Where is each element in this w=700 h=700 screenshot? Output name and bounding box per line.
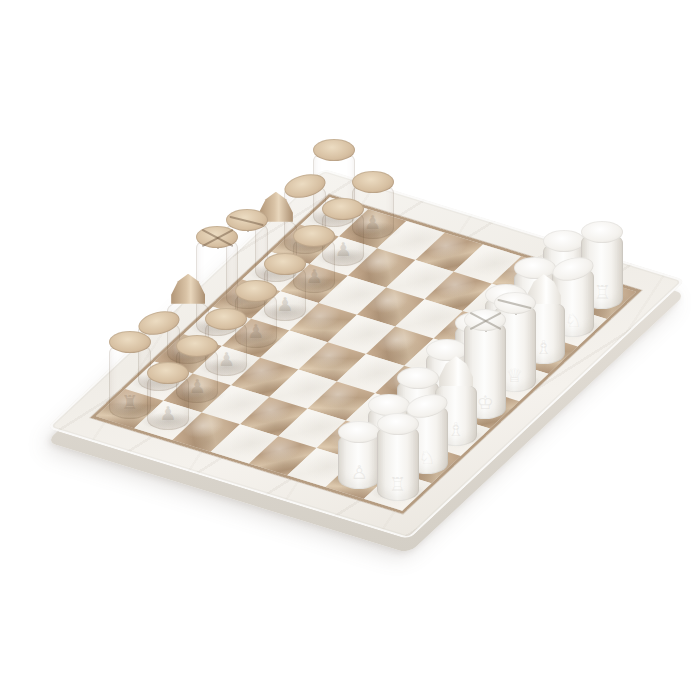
product-photo-scene: ♜♞♝♛♚♝♞♜♟♟♟♟♟♟♟♟♙♙♙♙♙♙♙♙♖♘♗♕♔♗♘♖: [0, 0, 700, 700]
piece-top: [205, 308, 247, 330]
piece-body: [109, 342, 151, 419]
piece-top: [196, 226, 238, 248]
piece-white-rook: ♖: [377, 413, 419, 501]
piece-white-pawn: ♙: [338, 421, 380, 489]
piece-top: [464, 309, 506, 331]
bishop-cone: [171, 274, 205, 304]
piece-black-rook: ♜: [109, 331, 151, 419]
piece-top: [176, 335, 218, 357]
piece-body: [377, 424, 419, 501]
piece-top: [352, 171, 394, 193]
piece-top: [264, 253, 306, 275]
pieces-layer: ♜♞♝♛♚♝♞♜♟♟♟♟♟♟♟♟♙♙♙♙♙♙♙♙♖♘♗♕♔♗♘♖: [0, 0, 700, 700]
piece-top: [313, 139, 355, 161]
piece-top: [377, 413, 419, 435]
piece-top: [109, 331, 151, 353]
piece-top: [543, 230, 585, 252]
piece-black-pawn: ♟: [147, 362, 189, 430]
bishop-cone: [439, 356, 473, 386]
piece-top: [397, 367, 439, 389]
piece-top: [235, 280, 277, 302]
